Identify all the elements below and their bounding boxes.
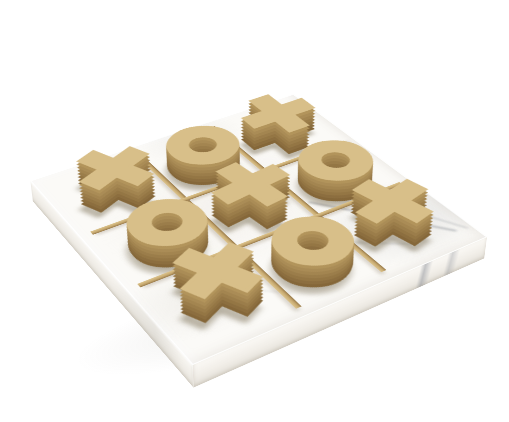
x-glyph-layer: ✖ [68, 138, 164, 203]
product-photo: ✖✖✖✖✖✖✖✖✖○○○○○○○○○✖✖✖✖✖✖✖✖✖○○○○○○○○○✖✖✖✖… [0, 0, 509, 422]
cell-grid: ✖✖✖✖✖✖✖✖✖○○○○○○○○○✖✖✖✖✖✖✖✖✖○○○○○○○○○✖✖✖✖… [56, 106, 457, 342]
scene: ✖✖✖✖✖✖✖✖✖○○○○○○○○○✖✖✖✖✖✖✖✖✖○○○○○○○○○✖✖✖✖… [0, 0, 509, 422]
x-glyph-layer: ✖ [228, 87, 326, 144]
x-glyph-layer: ✖ [342, 172, 444, 235]
x-glyph-layer: ✖ [200, 154, 297, 217]
playing-area: ✖✖✖✖✖✖✖✖✖○○○○○○○○○✖✖✖✖✖✖✖✖✖○○○○○○○○○✖✖✖✖… [56, 106, 457, 342]
